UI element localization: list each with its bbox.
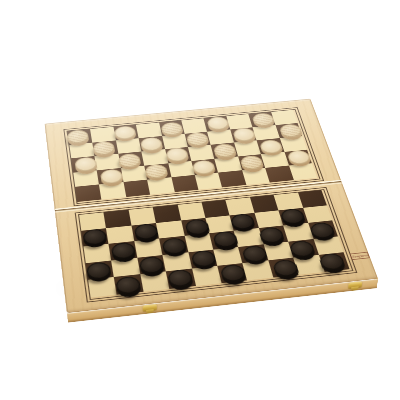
square-r7c1-dark[interactable]: [81, 228, 109, 247]
square-r9c6-light[interactable]: [213, 247, 243, 266]
piece-rim: [115, 279, 141, 298]
piece-rim: [213, 234, 239, 251]
piece-top: [318, 253, 346, 271]
square-r8c5-light[interactable]: [184, 233, 213, 252]
square-r8c7-light[interactable]: [234, 228, 263, 247]
square-r10c10-dark[interactable]: [319, 252, 350, 271]
piece-rim: [230, 216, 256, 233]
photo-scene: Jeujura: [0, 0, 400, 400]
brass-clasp-left[interactable]: [143, 304, 157, 312]
piece-top: [288, 240, 315, 258]
square-r8c6-dark[interactable]: [209, 231, 238, 250]
square-r6c7-light[interactable]: [226, 197, 254, 215]
brand-stamp: Jeujura: [349, 252, 370, 260]
square-r9c9-dark[interactable]: [288, 239, 318, 258]
piece-top: [258, 226, 285, 243]
piece-rim: [168, 272, 195, 291]
square-r7c4-light[interactable]: [156, 220, 184, 238]
square-r8c3-light[interactable]: [134, 239, 162, 258]
piece-rim: [273, 262, 301, 280]
piece-top: [212, 231, 238, 248]
piece-rim: [242, 248, 269, 266]
square-r7c3-dark[interactable]: [131, 223, 159, 241]
square-r8c8-dark[interactable]: [259, 226, 289, 245]
piece-rim: [309, 225, 336, 242]
brass-clasp-right[interactable]: [348, 281, 362, 289]
square-r6c4-dark[interactable]: [153, 205, 181, 223]
square-r10c4-dark[interactable]: [166, 269, 196, 289]
square-r9c5-dark[interactable]: [188, 250, 217, 269]
square-r7c9-dark[interactable]: [279, 208, 308, 226]
square-r7c8-light[interactable]: [254, 210, 283, 228]
square-r10c7-light[interactable]: [243, 261, 273, 281]
board-box: Jeujura: [45, 99, 378, 313]
piece-top: [184, 219, 210, 236]
square-r6c1-light[interactable]: [79, 212, 106, 230]
piece-top: [272, 259, 300, 277]
square-r10c2-dark[interactable]: [114, 274, 143, 294]
square-r10c8-dark[interactable]: [268, 258, 299, 278]
piece-top: [167, 269, 194, 288]
piece-rim: [191, 253, 218, 271]
square-r6c8-dark[interactable]: [250, 195, 279, 213]
square-r6c2-dark[interactable]: [104, 210, 131, 228]
square-r8c10-dark[interactable]: [308, 220, 338, 238]
square-r7c6-light[interactable]: [205, 215, 234, 233]
piece-rim: [134, 226, 159, 243]
square-r9c8-light[interactable]: [263, 242, 293, 261]
square-r8c1-light[interactable]: [83, 244, 111, 263]
square-r10c1-light[interactable]: [88, 277, 117, 297]
piece-rim: [259, 229, 286, 246]
piece-top: [86, 261, 112, 279]
piece-rim: [280, 211, 307, 228]
square-r9c7-dark[interactable]: [238, 244, 268, 263]
piece-rim: [162, 240, 188, 258]
piece-top: [133, 223, 158, 240]
board-face: Jeujura: [45, 99, 378, 313]
piece-top: [139, 256, 165, 274]
piece-rim: [289, 243, 317, 261]
piece-top: [162, 237, 188, 255]
piece-top: [279, 208, 306, 225]
piece-top: [82, 228, 107, 245]
square-r9c3-dark[interactable]: [137, 255, 166, 275]
square-r10c5-light[interactable]: [192, 266, 222, 286]
piece-rim: [111, 245, 137, 263]
square-r9c4-light[interactable]: [163, 252, 192, 271]
piece-top: [220, 264, 247, 282]
square-r10c6-dark[interactable]: [217, 263, 247, 283]
square-r8c9-light[interactable]: [283, 223, 313, 242]
piece-rim: [185, 222, 211, 239]
square-r9c1-dark[interactable]: [86, 260, 114, 280]
piece-rim: [83, 231, 108, 248]
piece-top: [190, 250, 217, 268]
piece-rim: [319, 256, 347, 274]
piece-top: [229, 213, 255, 230]
piece-top: [308, 222, 335, 239]
square-r9c2-light[interactable]: [111, 258, 140, 278]
square-r7c10-light[interactable]: [303, 205, 333, 223]
square-r8c4-dark[interactable]: [159, 236, 188, 255]
square-r9c10-light[interactable]: [313, 236, 343, 255]
piece-rim: [220, 267, 247, 285]
square-r6c3-light[interactable]: [128, 207, 156, 225]
square-r7c7-dark[interactable]: [230, 213, 259, 231]
piece-rim: [87, 264, 113, 282]
square-r10c3-light[interactable]: [140, 272, 169, 292]
square-r7c5-dark[interactable]: [181, 218, 209, 236]
piece-top: [110, 242, 136, 260]
square-r6c6-dark[interactable]: [202, 200, 230, 218]
piece-top: [242, 245, 269, 263]
square-r8c2-dark[interactable]: [109, 241, 137, 260]
squares-grid-bottom-half: [79, 190, 349, 297]
piece-top: [115, 276, 141, 295]
piece-rim: [139, 259, 165, 277]
pieces-layer: [45, 99, 378, 313]
square-r10c9-light[interactable]: [293, 255, 324, 275]
square-r6c5-light[interactable]: [177, 202, 205, 220]
square-r7c2-light[interactable]: [106, 225, 134, 244]
